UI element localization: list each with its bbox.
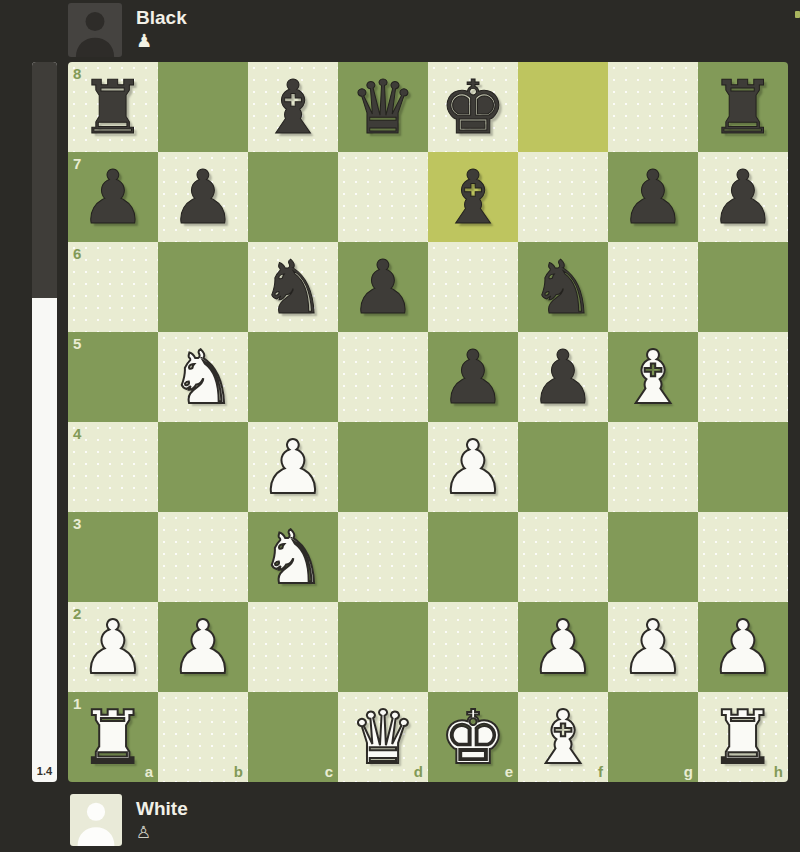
square-c8[interactable]: ♝ bbox=[248, 62, 338, 152]
white-pawn-a2[interactable]: ♟ bbox=[68, 602, 158, 692]
file-label-g: g bbox=[684, 763, 693, 780]
square-d4[interactable] bbox=[338, 422, 428, 512]
square-a4[interactable]: 4 bbox=[68, 422, 158, 512]
square-a3[interactable]: 3 bbox=[68, 512, 158, 602]
square-g2[interactable]: ♟ bbox=[608, 602, 698, 692]
square-f8[interactable] bbox=[518, 62, 608, 152]
square-c3[interactable]: ♞ bbox=[248, 512, 338, 602]
white-pawn-h2[interactable]: ♟ bbox=[698, 602, 788, 692]
black-player-avatar[interactable] bbox=[68, 3, 122, 57]
square-a6[interactable]: 6 bbox=[68, 242, 158, 332]
square-c6[interactable]: ♞ bbox=[248, 242, 338, 332]
black-pawn-h7[interactable]: ♟ bbox=[698, 152, 788, 242]
file-label-c: c bbox=[325, 763, 333, 780]
square-f6[interactable]: ♞ bbox=[518, 242, 608, 332]
white-pawn-f2[interactable]: ♟ bbox=[518, 602, 608, 692]
square-h2[interactable]: ♟ bbox=[698, 602, 788, 692]
square-e8[interactable]: ♚ bbox=[428, 62, 518, 152]
square-e7[interactable]: ♝ bbox=[428, 152, 518, 242]
square-f7[interactable] bbox=[518, 152, 608, 242]
square-e4[interactable]: ♟ bbox=[428, 422, 518, 512]
white-queen-d1[interactable]: ♛ bbox=[338, 692, 428, 782]
black-pawn-b7[interactable]: ♟ bbox=[158, 152, 248, 242]
black-pawn-f5[interactable]: ♟ bbox=[518, 332, 608, 422]
black-pawn-e5[interactable]: ♟ bbox=[428, 332, 518, 422]
person-silhouette-icon bbox=[68, 3, 122, 57]
square-c7[interactable] bbox=[248, 152, 338, 242]
square-e3[interactable] bbox=[428, 512, 518, 602]
square-h4[interactable] bbox=[698, 422, 788, 512]
square-d7[interactable] bbox=[338, 152, 428, 242]
square-f2[interactable]: ♟ bbox=[518, 602, 608, 692]
square-g3[interactable] bbox=[608, 512, 698, 602]
captured-black-pawn-icon: ♙ bbox=[136, 821, 188, 843]
square-a7[interactable]: 7♟ bbox=[68, 152, 158, 242]
black-pawn-g7[interactable]: ♟ bbox=[608, 152, 698, 242]
rank-label-5: 5 bbox=[73, 335, 81, 352]
square-h5[interactable] bbox=[698, 332, 788, 422]
white-player-name: White bbox=[136, 797, 188, 821]
black-queen-d8[interactable]: ♛ bbox=[338, 62, 428, 152]
square-g5[interactable]: ♝ bbox=[608, 332, 698, 422]
square-e5[interactable]: ♟ bbox=[428, 332, 518, 422]
white-pawn-e4[interactable]: ♟ bbox=[428, 422, 518, 512]
square-g6[interactable] bbox=[608, 242, 698, 332]
square-d6[interactable]: ♟ bbox=[338, 242, 428, 332]
evaluation-score: 1.4 bbox=[32, 765, 57, 777]
square-b8[interactable] bbox=[158, 62, 248, 152]
square-g7[interactable]: ♟ bbox=[608, 152, 698, 242]
square-a8[interactable]: 8♜ bbox=[68, 62, 158, 152]
square-a1[interactable]: 1a♜ bbox=[68, 692, 158, 782]
person-silhouette-icon bbox=[70, 794, 122, 846]
square-c2[interactable] bbox=[248, 602, 338, 692]
square-d5[interactable] bbox=[338, 332, 428, 422]
black-pawn-a7[interactable]: ♟ bbox=[68, 152, 158, 242]
rank-label-3: 3 bbox=[73, 515, 81, 532]
square-d1[interactable]: d♛ bbox=[338, 692, 428, 782]
square-b5[interactable]: ♞ bbox=[158, 332, 248, 422]
square-b3[interactable] bbox=[158, 512, 248, 602]
black-rook-a8[interactable]: ♜ bbox=[68, 62, 158, 152]
square-b7[interactable]: ♟ bbox=[158, 152, 248, 242]
square-d2[interactable] bbox=[338, 602, 428, 692]
square-b6[interactable] bbox=[158, 242, 248, 332]
square-g1[interactable]: g bbox=[608, 692, 698, 782]
rank-label-4: 4 bbox=[73, 425, 81, 442]
black-king-e8[interactable]: ♚ bbox=[428, 62, 518, 152]
square-b4[interactable] bbox=[158, 422, 248, 512]
white-player-bar: White ♙ bbox=[0, 786, 800, 852]
black-bishop-c8[interactable]: ♝ bbox=[248, 62, 338, 152]
square-c5[interactable] bbox=[248, 332, 338, 422]
black-pawn-d6[interactable]: ♟ bbox=[338, 242, 428, 332]
edge-indicator-icon bbox=[795, 11, 800, 18]
square-g8[interactable] bbox=[608, 62, 698, 152]
white-knight-b5[interactable]: ♞ bbox=[158, 332, 248, 422]
white-rook-h1[interactable]: ♜ bbox=[698, 692, 788, 782]
square-f5[interactable]: ♟ bbox=[518, 332, 608, 422]
evaluation-black-section bbox=[32, 62, 57, 298]
square-d3[interactable] bbox=[338, 512, 428, 602]
square-h3[interactable] bbox=[698, 512, 788, 602]
square-h6[interactable] bbox=[698, 242, 788, 332]
square-h1[interactable]: h♜ bbox=[698, 692, 788, 782]
square-h8[interactable]: ♜ bbox=[698, 62, 788, 152]
square-c4[interactable]: ♟ bbox=[248, 422, 338, 512]
white-pawn-b2[interactable]: ♟ bbox=[158, 602, 248, 692]
chess-board: 8♜♝♛♚♜7♟♟♝♟♟6♞♟♞5♞♟♟♝4♟♟3♞2♟♟♟♟♟1a♜bcd♛e… bbox=[68, 62, 788, 782]
black-bishop-e7[interactable]: ♝ bbox=[428, 152, 518, 242]
square-e2[interactable] bbox=[428, 602, 518, 692]
black-knight-c6[interactable]: ♞ bbox=[248, 242, 338, 332]
square-h7[interactable]: ♟ bbox=[698, 152, 788, 242]
white-bishop-f1[interactable]: ♝ bbox=[518, 692, 608, 782]
file-label-b: b bbox=[234, 763, 243, 780]
evaluation-bar: 1.4 bbox=[32, 62, 57, 782]
white-bishop-g5[interactable]: ♝ bbox=[608, 332, 698, 422]
square-e1[interactable]: e♚ bbox=[428, 692, 518, 782]
white-pawn-g2[interactable]: ♟ bbox=[608, 602, 698, 692]
square-a5[interactable]: 5 bbox=[68, 332, 158, 422]
square-c1[interactable]: c bbox=[248, 692, 338, 782]
white-king-e1[interactable]: ♚ bbox=[428, 692, 518, 782]
square-e6[interactable] bbox=[428, 242, 518, 332]
black-rook-h8[interactable]: ♜ bbox=[698, 62, 788, 152]
square-b1[interactable]: b bbox=[158, 692, 248, 782]
rank-label-6: 6 bbox=[73, 245, 81, 262]
white-pawn-c4[interactable]: ♟ bbox=[248, 422, 338, 512]
white-rook-a1[interactable]: ♜ bbox=[68, 692, 158, 782]
black-player-name: Black bbox=[136, 6, 187, 30]
black-player-bar: Black ♟ bbox=[0, 0, 800, 62]
white-player-avatar[interactable] bbox=[70, 794, 122, 846]
captured-white-pawn-icon: ♟ bbox=[136, 30, 187, 52]
square-d8[interactable]: ♛ bbox=[338, 62, 428, 152]
square-f4[interactable] bbox=[518, 422, 608, 512]
square-f3[interactable] bbox=[518, 512, 608, 602]
white-knight-c3[interactable]: ♞ bbox=[248, 512, 338, 602]
square-g4[interactable] bbox=[608, 422, 698, 512]
black-knight-f6[interactable]: ♞ bbox=[518, 242, 608, 332]
square-f1[interactable]: f♝ bbox=[518, 692, 608, 782]
square-b2[interactable]: ♟ bbox=[158, 602, 248, 692]
square-a2[interactable]: 2♟ bbox=[68, 602, 158, 692]
